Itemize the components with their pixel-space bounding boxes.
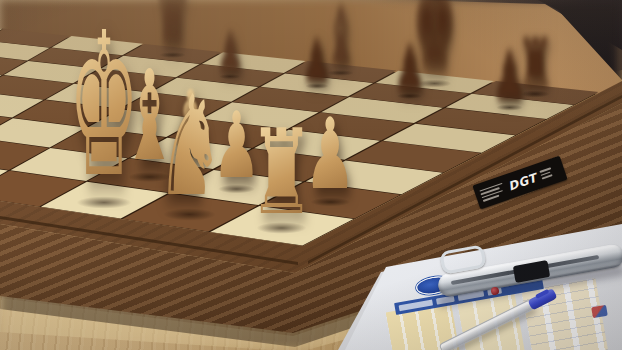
- white-knight-g1: ♞: [155, 79, 224, 217]
- black-pawn-h7: ♟: [492, 45, 527, 111]
- black-pawn-f7: ♟: [302, 33, 332, 90]
- photo-scene: DGT ♚♞♜♝♟♟♟♛♝♚♜♟♟♟♟: [0, 0, 622, 350]
- pen-barrel: [439, 299, 535, 350]
- black-pawn-g7: ♟: [393, 39, 425, 100]
- white-king-f1: ♚: [69, 7, 140, 205]
- white-rook-h1: ♜: [249, 113, 315, 230]
